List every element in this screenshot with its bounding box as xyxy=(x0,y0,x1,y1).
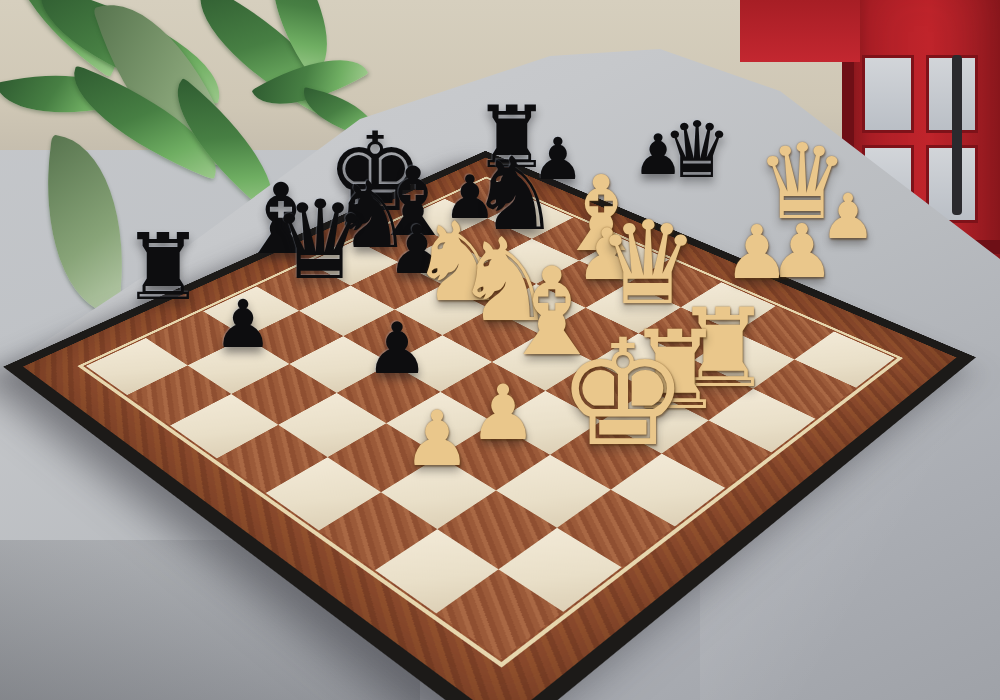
red-cabinet-top xyxy=(740,0,860,62)
piece-white-pawn-a2[interactable]: ♟ xyxy=(403,401,471,477)
piece-black-pawn-b4[interactable]: ♟ xyxy=(365,313,429,384)
photo-scene: ♜♟♛♟♚♟♛♞♝♟♞♝♝♟♟♟♟♛♜♞♛♞♟♝♟♜♜♟♚♟ xyxy=(0,0,1000,700)
piece-black-rook-a8[interactable]: ♜ xyxy=(122,222,204,314)
dark-pole xyxy=(952,55,962,215)
piece-white-pawn-b2[interactable]: ♟ xyxy=(469,375,537,451)
piece-white-king-c1[interactable]: ♚ xyxy=(557,320,689,467)
piece-black-queen-c7[interactable]: ♛ xyxy=(271,186,369,295)
captured-black-queen[interactable]: ♛ xyxy=(662,111,732,189)
piece-white-pawn-g2[interactable]: ♟ xyxy=(724,215,790,289)
piece-black-pawn-a6[interactable]: ♟ xyxy=(213,292,272,358)
cabinet-glass-pane xyxy=(862,55,914,133)
